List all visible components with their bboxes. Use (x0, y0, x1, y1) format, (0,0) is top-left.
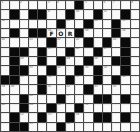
cell-r4c8[interactable]: R (66, 29, 74, 37)
cell-r14c10[interactable] (84, 123, 92, 131)
cell-r12c11[interactable] (94, 104, 102, 112)
cell-r9c12[interactable] (103, 76, 111, 84)
cell-r14c4[interactable]: 55 (29, 123, 37, 131)
cell-r4c6[interactable]: 16F (47, 29, 55, 37)
black-cell-r3c7 (57, 20, 65, 28)
clue-number: 10 (76, 10, 79, 13)
clue-number: 24 (113, 38, 116, 41)
cell-r3c11[interactable]: 14 (94, 20, 102, 28)
black-cell-r11c14 (121, 95, 129, 103)
black-cell-r11c7 (57, 95, 65, 103)
black-cell-r4c13 (112, 29, 120, 37)
cell-r14c1[interactable] (1, 123, 9, 131)
clue-number: 4 (57, 1, 59, 4)
cell-r10c13[interactable]: 44 (112, 85, 120, 93)
clue-number: 47 (66, 95, 69, 98)
cell-r7c15[interactable] (131, 57, 139, 65)
clue-number: 2 (20, 1, 22, 4)
cell-r3c12[interactable] (103, 20, 111, 28)
clue-number: 23 (76, 38, 79, 41)
cell-r12c8[interactable] (66, 104, 74, 112)
clue-number: 22 (57, 38, 60, 41)
cell-r2c13[interactable] (112, 10, 120, 18)
black-cell-r4c5 (38, 29, 46, 37)
cell-r6c12[interactable]: 27 (103, 48, 111, 56)
cell-r4c10[interactable]: 18 (84, 29, 92, 37)
clue-number: 14 (94, 20, 97, 23)
cell-r7c1[interactable] (1, 57, 9, 65)
cell-r2c6[interactable]: 9 (47, 10, 55, 18)
cell-r8c4[interactable]: 31 (29, 66, 37, 74)
clue-number: 54 (76, 113, 79, 116)
black-cell-r13c11 (94, 113, 102, 121)
black-cell-r14c2 (10, 123, 18, 131)
clue-number: 33 (85, 66, 88, 69)
clue-number: 13 (66, 20, 69, 23)
cell-r12c12[interactable] (103, 104, 111, 112)
cell-r4c14[interactable]: 19 (121, 29, 129, 37)
black-cell-r7c7 (57, 57, 65, 65)
black-cell-r7c14 (121, 57, 129, 65)
cell-r12c5[interactable] (38, 104, 46, 112)
cell-r1c15[interactable]: 8 (131, 1, 139, 9)
cell-r4c11[interactable] (94, 29, 102, 37)
black-cell-r12c6 (47, 104, 55, 112)
black-cell-r5c12 (103, 38, 111, 46)
cell-r5c9[interactable]: 23 (75, 38, 83, 46)
cell-r8c10[interactable]: 33 (84, 66, 92, 74)
cell-r11c1[interactable]: 45 (1, 95, 9, 103)
clue-number: 18 (85, 29, 88, 32)
clue-number: 51 (85, 104, 88, 107)
cell-r5c2[interactable] (10, 38, 18, 46)
cell-r10c15[interactable] (131, 85, 139, 93)
crossword-grid: 12345678910111213141516F17OR181920212223… (0, 0, 140, 132)
cell-r10c9[interactable] (75, 85, 83, 93)
cell-r13c10[interactable] (84, 113, 92, 121)
cell-r2c3[interactable] (20, 10, 28, 18)
cell-r6c13[interactable] (112, 48, 120, 56)
cell-r12c1[interactable]: 48 (1, 104, 9, 112)
black-cell-r10c5 (38, 85, 46, 93)
cell-r10c7[interactable] (57, 85, 65, 93)
cell-r11c15[interactable] (131, 95, 139, 103)
black-cell-r13c8 (66, 113, 74, 121)
black-cell-r2c5 (38, 10, 46, 18)
cell-r6c15[interactable] (131, 48, 139, 56)
cell-r2c15[interactable] (131, 10, 139, 18)
cell-r2c1[interactable] (1, 10, 9, 18)
cell-r11c2[interactable] (10, 95, 18, 103)
cell-r14c13[interactable] (112, 123, 120, 131)
black-cell-r7c5 (38, 57, 46, 65)
black-cell-r9c13 (112, 76, 120, 84)
clue-number: 56 (66, 123, 69, 126)
clue-number: 42 (66, 85, 69, 88)
black-cell-r2c2 (10, 10, 18, 18)
cell-r8c5[interactable] (38, 66, 46, 74)
cell-r13c3[interactable]: 52 (20, 113, 28, 121)
cell-r9c7[interactable] (57, 76, 65, 84)
clue-number: 32 (57, 66, 60, 69)
clue-number: 6 (103, 1, 105, 4)
cell-r7c6[interactable] (47, 57, 55, 65)
black-cell-r6c3 (20, 48, 28, 56)
cell-r6c4[interactable] (29, 48, 37, 56)
cell-r3c15[interactable] (131, 20, 139, 28)
clue-number: 27 (103, 48, 106, 51)
clue-number: 43 (94, 85, 97, 88)
cell-r12c13[interactable] (112, 104, 120, 112)
cell-r1c6[interactable]: 3 (47, 1, 55, 9)
black-cell-r8c2 (10, 66, 18, 74)
cell-r1c12[interactable]: 6 (103, 1, 111, 9)
black-cell-r12c3 (20, 104, 28, 112)
cell-r4c1[interactable] (1, 29, 9, 37)
clue-number: 45 (2, 95, 5, 98)
cell-r6c1[interactable] (1, 48, 9, 56)
black-cell-r8c14 (121, 66, 129, 74)
cell-r5c11[interactable] (94, 38, 102, 46)
clue-number: 46 (29, 95, 32, 98)
clue-number: 37 (76, 76, 79, 79)
cell-r1c1[interactable]: 1 (1, 1, 9, 9)
cell-r14c6[interactable] (47, 123, 55, 131)
cell-r13c13[interactable] (112, 113, 120, 121)
cell-r13c1[interactable] (1, 113, 9, 121)
cell-r5c1[interactable]: 20 (1, 38, 9, 46)
cell-r11c9[interactable] (75, 95, 83, 103)
black-cell-r6c2 (10, 48, 18, 56)
clue-number: 44 (113, 85, 116, 88)
cell-r10c14[interactable] (121, 85, 129, 93)
cell-r6c6[interactable]: 25 (47, 48, 55, 56)
black-cell-r11c3 (20, 95, 28, 103)
cell-r12c2[interactable] (10, 104, 18, 112)
black-cell-r14c7 (57, 123, 65, 131)
cell-r4c7[interactable]: 17O (57, 29, 65, 37)
black-cell-r7c13 (112, 57, 120, 65)
black-cell-r9c5 (38, 76, 46, 84)
black-cell-r3c10 (84, 20, 92, 28)
black-cell-r2c4 (29, 10, 37, 18)
clue-number: 52 (20, 113, 23, 116)
cell-r12c14[interactable] (121, 104, 129, 112)
cell-r7c8[interactable]: 29 (66, 57, 74, 65)
black-cell-r10c10 (84, 85, 92, 93)
black-cell-r13c12 (103, 113, 111, 121)
clue-number: 40 (11, 85, 14, 88)
cell-r8c1[interactable] (1, 66, 9, 74)
cell-r14c8[interactable]: 56 (66, 123, 74, 131)
cell-r7c3[interactable]: 28 (20, 57, 28, 65)
black-cell-r13c5 (38, 113, 46, 121)
clue-number: 9 (48, 10, 50, 13)
cell-r10c3[interactable] (20, 85, 28, 93)
black-cell-r1c9 (75, 1, 83, 9)
cell-r11c13[interactable] (112, 95, 120, 103)
black-cell-r8c11 (94, 66, 102, 74)
clue-number: 5 (85, 1, 87, 4)
clue-number: 26 (76, 48, 79, 51)
cell-r4c12[interactable] (103, 29, 111, 37)
cell-r10c8[interactable]: 42 (66, 85, 74, 93)
clue-number: 15 (122, 20, 125, 23)
cell-r10c2[interactable]: 40 (10, 85, 18, 93)
cell-r1c4[interactable] (29, 1, 37, 9)
cell-r13c6[interactable]: 53 (47, 113, 55, 121)
clue-number: 1 (2, 1, 4, 4)
cell-r1c8[interactable] (66, 1, 74, 9)
clue-number: 36 (48, 76, 51, 79)
cell-r1c2[interactable] (10, 1, 18, 9)
cell-r7c9[interactable] (75, 57, 83, 65)
cell-r11c6[interactable] (47, 95, 55, 103)
cell-r3c4[interactable] (29, 20, 37, 28)
clue-number: 19 (122, 29, 125, 32)
cell-r8c7[interactable]: 32 (57, 66, 65, 74)
cell-r11c10[interactable] (84, 95, 92, 103)
black-cell-r3c13 (112, 20, 120, 28)
black-cell-r6c14 (121, 48, 129, 56)
cell-r1c3[interactable]: 2 (20, 1, 28, 9)
black-cell-r2c11 (94, 10, 102, 18)
cell-r8c15[interactable] (131, 66, 139, 74)
black-cell-r5c6 (47, 38, 55, 46)
cell-r14c11[interactable] (94, 123, 102, 131)
cell-r3c1[interactable]: 12 (1, 20, 9, 28)
clue-number: 49 (29, 104, 32, 107)
black-cell-r7c10 (84, 57, 92, 65)
cell-r1c13[interactable]: 7 (112, 1, 120, 9)
cell-r7c12[interactable] (103, 57, 111, 65)
cell-r14c5[interactable] (38, 123, 46, 131)
cell-r7c4[interactable] (29, 57, 37, 65)
black-cell-r6c11 (94, 48, 102, 56)
cell-r14c14[interactable] (121, 123, 129, 131)
cell-letter: R (66, 29, 74, 37)
cell-r11c4[interactable]: 46 (29, 95, 37, 103)
cell-r12c7[interactable]: 50 (57, 104, 65, 112)
cell-r9c6[interactable]: 36 (47, 76, 55, 84)
cell-r5c8[interactable] (66, 38, 74, 46)
black-cell-r4c4 (29, 29, 37, 37)
clue-number: 39 (2, 85, 5, 88)
cell-r8c13[interactable] (112, 66, 120, 74)
clue-number: 28 (20, 57, 23, 60)
cell-r3c3[interactable] (20, 20, 28, 28)
cell-r5c13[interactable]: 24 (112, 38, 120, 46)
cell-r1c14[interactable] (121, 1, 129, 9)
cell-r5c15[interactable] (131, 38, 139, 46)
clue-number: 41 (48, 85, 51, 88)
cell-r8c12[interactable]: 34 (103, 66, 111, 74)
black-cell-r13c2 (10, 113, 18, 121)
cell-r2c10[interactable] (84, 10, 92, 18)
cell-r5c4[interactable]: 21 (29, 38, 37, 46)
cell-r9c9[interactable]: 37 (75, 76, 83, 84)
cell-r5c5[interactable] (38, 38, 46, 46)
cell-letter: F (47, 29, 55, 37)
cell-r9c14[interactable]: 38 (121, 76, 129, 84)
cell-r13c4[interactable] (29, 113, 37, 121)
black-cell-r11c11 (94, 95, 102, 103)
cell-r10c4[interactable] (29, 85, 37, 93)
clue-number: 29 (66, 57, 69, 60)
cell-r3c2[interactable] (10, 20, 18, 28)
cell-r5c3[interactable] (20, 38, 28, 46)
cell-r10c12[interactable] (103, 85, 111, 93)
clue-number: 48 (2, 104, 5, 107)
cell-r5c7[interactable]: 22 (57, 38, 65, 46)
black-cell-r9c11 (94, 76, 102, 84)
cell-r6c10[interactable] (84, 48, 92, 56)
cell-r4c3[interactable] (20, 29, 28, 37)
clue-number: 12 (2, 20, 5, 23)
black-cell-r9c1 (1, 76, 9, 84)
black-cell-r5c10 (84, 38, 92, 46)
black-cell-r8c6 (47, 66, 55, 74)
cell-r3c8[interactable]: 13 (66, 20, 74, 28)
cell-r3c14[interactable]: 15 (121, 20, 129, 28)
cell-r10c11[interactable]: 43 (94, 85, 102, 93)
cell-r11c5[interactable] (38, 95, 46, 103)
clue-number: 34 (103, 66, 106, 69)
cell-r8c8[interactable] (66, 66, 74, 74)
clue-number: 3 (48, 1, 50, 4)
cell-r2c9[interactable]: 10 (75, 10, 83, 18)
cell-r14c9[interactable] (75, 123, 83, 131)
cell-r13c9[interactable]: 54 (75, 113, 83, 121)
cell-r9c15[interactable] (131, 76, 139, 84)
cell-r10c6[interactable]: 41 (47, 85, 55, 93)
black-cell-r2c8 (66, 10, 74, 18)
clue-number: 38 (122, 76, 125, 79)
black-cell-r11c12 (103, 95, 111, 103)
cell-r3c6[interactable] (47, 20, 55, 28)
black-cell-r13c14 (121, 113, 129, 121)
cell-r14c15[interactable] (131, 123, 139, 131)
cell-r2c7[interactable] (57, 10, 65, 18)
clue-number: 53 (48, 113, 51, 116)
clue-number: 30 (94, 57, 97, 60)
black-cell-r2c14 (121, 10, 129, 18)
cell-r7c11[interactable]: 30 (94, 57, 102, 65)
clue-number: 35 (20, 76, 23, 79)
cell-r1c5[interactable] (38, 1, 46, 9)
black-cell-r12c9 (75, 104, 83, 112)
cell-r12c4[interactable]: 49 (29, 104, 37, 112)
black-cell-r5c14 (121, 38, 129, 46)
cell-r14c12[interactable] (103, 123, 111, 131)
cell-r13c15[interactable] (131, 113, 139, 121)
cell-r3c9[interactable] (75, 20, 83, 28)
black-cell-r8c3 (20, 66, 28, 74)
black-cell-r7c2 (10, 57, 18, 65)
black-cell-r9c8 (66, 76, 74, 84)
cell-letter: O (57, 29, 65, 37)
clue-number: 8 (131, 1, 133, 4)
black-cell-r8c9 (75, 66, 83, 74)
clue-number: 7 (113, 1, 115, 4)
cell-r9c3[interactable]: 35 (20, 76, 28, 84)
cell-r13c7[interactable] (57, 113, 65, 121)
clue-number: 20 (2, 38, 5, 41)
clue-number: 25 (48, 48, 51, 51)
clue-number: 50 (57, 104, 60, 107)
black-cell-r14c3 (20, 123, 28, 131)
black-cell-r6c8 (66, 48, 74, 56)
cell-r10c1[interactable]: 39 (1, 85, 9, 93)
cell-r2c12[interactable]: 11 (103, 10, 111, 18)
cell-r1c11[interactable] (94, 1, 102, 9)
clue-number: 31 (29, 66, 32, 69)
cell-r12c15[interactable] (131, 104, 139, 112)
clue-number: 55 (29, 123, 32, 126)
cell-r1c10[interactable]: 5 (84, 1, 92, 9)
clue-number: 11 (103, 10, 106, 13)
cell-r4c15[interactable] (131, 29, 139, 37)
black-cell-r4c2 (10, 29, 18, 37)
cell-r11c8[interactable]: 47 (66, 95, 74, 103)
cell-r9c10[interactable] (84, 76, 92, 84)
black-cell-r4c9 (75, 29, 83, 37)
cell-r6c7[interactable] (57, 48, 65, 56)
cell-r9c4[interactable] (29, 76, 37, 84)
cell-r6c9[interactable]: 26 (75, 48, 83, 56)
clue-number: 21 (29, 38, 32, 41)
black-cell-r9c2 (10, 76, 18, 84)
cell-r3c5[interactable] (38, 20, 46, 28)
cell-r12c10[interactable]: 51 (84, 104, 92, 112)
black-cell-r6c5 (38, 48, 46, 56)
cell-r1c7[interactable]: 4 (57, 1, 65, 9)
